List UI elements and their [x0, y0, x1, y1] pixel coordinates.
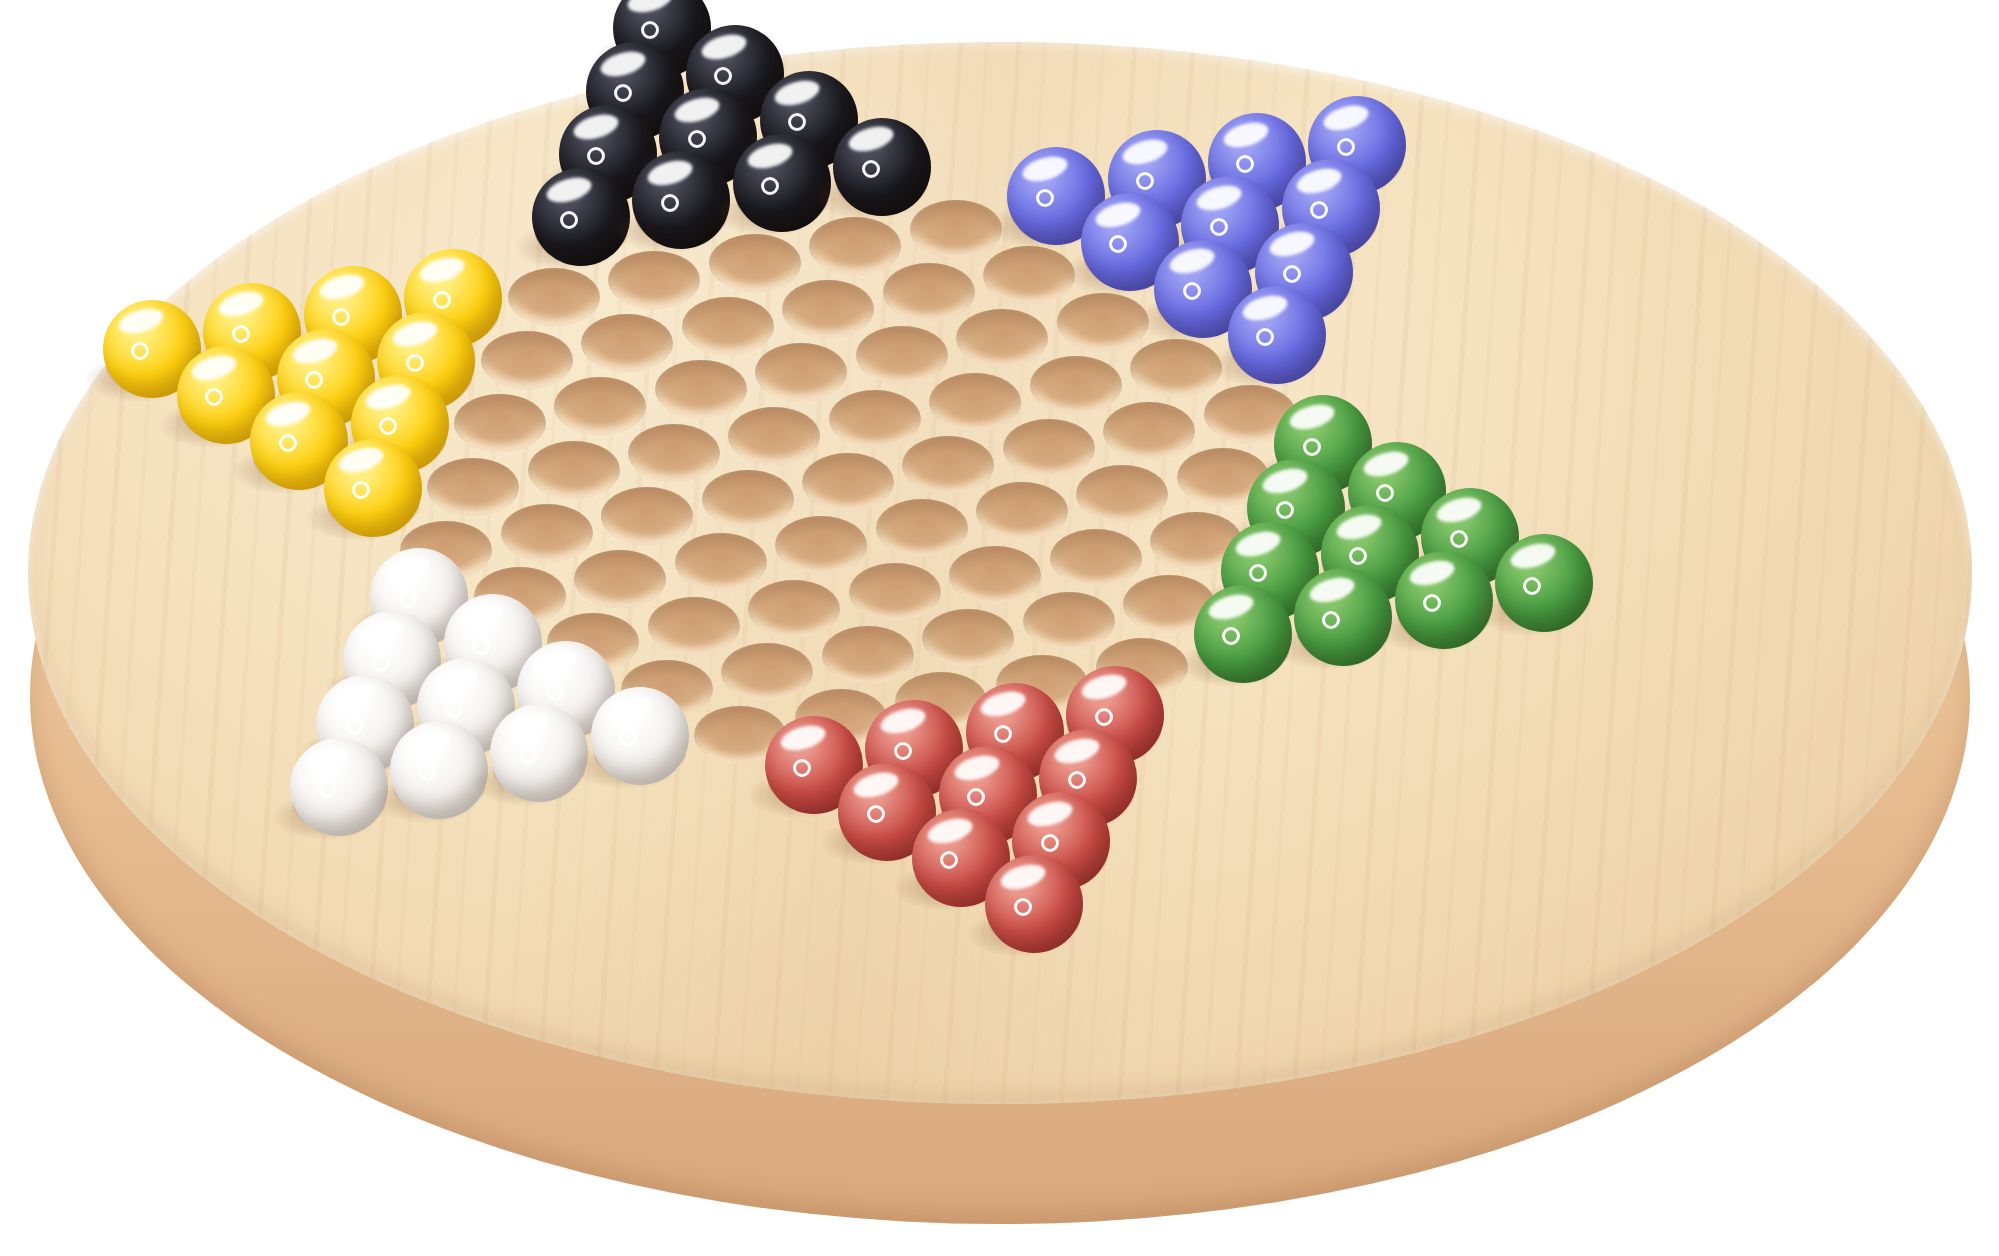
marble-reflection-dot — [1236, 155, 1254, 173]
marble-reflection-dot — [1523, 577, 1541, 595]
marble-reflection-dot — [131, 342, 149, 360]
marble-highlight — [1167, 244, 1217, 277]
marble-reflection-dot — [994, 725, 1012, 743]
green-marble-r13c10[interactable] — [1194, 585, 1292, 683]
marble-reflection-dot — [433, 291, 451, 309]
marble-highlight — [1307, 573, 1357, 606]
hole-r6c5[interactable] — [581, 314, 673, 372]
marble-highlight — [290, 334, 340, 367]
marble-highlight — [329, 680, 379, 713]
marble-reflection-dot — [546, 683, 564, 701]
marble-reflection-dot — [345, 717, 363, 735]
marble-reflection-dot — [232, 325, 250, 343]
marble-reflection-dot — [967, 788, 985, 806]
marble-reflection-dot — [1376, 484, 1394, 502]
marble-highlight — [1206, 590, 1256, 623]
marble-reflection-dot — [1036, 189, 1054, 207]
yellow-marble-r8c1[interactable] — [324, 439, 422, 537]
blue-marble-r8c10[interactable] — [1228, 286, 1326, 384]
hole-r9c7[interactable] — [1003, 419, 1095, 477]
hole-r11c6[interactable] — [849, 563, 941, 621]
hole-r12c8[interactable] — [1023, 592, 1115, 650]
marble-reflection-dot — [1095, 708, 1113, 726]
marble-highlight — [745, 139, 795, 172]
marble-reflection-dot — [560, 211, 578, 229]
marble-reflection-dot — [1276, 501, 1294, 519]
marble-highlight — [625, 0, 675, 17]
hole-r7c7[interactable] — [856, 326, 948, 384]
marble-reflection-dot — [788, 113, 806, 131]
hole-r6c9[interactable] — [983, 246, 1075, 304]
marble-reflection-dot — [641, 21, 659, 39]
marble-highlight — [1321, 101, 1371, 134]
hole-r12c5[interactable] — [721, 643, 813, 701]
white-marble-r13c4[interactable] — [591, 687, 689, 785]
photo-backdrop — [0, 0, 1999, 1256]
marble-highlight — [1334, 510, 1384, 543]
hole-r6c7[interactable] — [782, 280, 874, 338]
marble-highlight — [1194, 181, 1244, 214]
hole-r11c4[interactable] — [648, 597, 740, 655]
marble-highlight — [417, 253, 467, 286]
hole-r7c5[interactable] — [655, 360, 747, 418]
hole-r5c9[interactable] — [910, 200, 1002, 258]
marble-highlight — [263, 397, 313, 430]
hole-r5c8[interactable] — [809, 217, 901, 275]
hole-r9c8[interactable] — [1103, 402, 1195, 460]
hole-r10c8[interactable] — [1076, 465, 1168, 523]
marble-highlight — [189, 351, 239, 384]
marble-reflection-dot — [399, 590, 417, 608]
hole-r6c4[interactable] — [481, 331, 573, 389]
marble-highlight — [1267, 227, 1317, 260]
marble-highlight — [1294, 164, 1344, 197]
black-marble-r4c2[interactable] — [632, 151, 730, 249]
marble-highlight — [1260, 464, 1310, 497]
red-marble-r17c1[interactable] — [985, 855, 1083, 953]
marble-highlight — [598, 47, 648, 80]
hole-r8c9[interactable] — [1130, 339, 1222, 397]
green-marble-r13c12[interactable] — [1395, 551, 1493, 649]
marble-reflection-dot — [1222, 627, 1240, 645]
marble-reflection-dot — [1310, 201, 1328, 219]
marble-highlight — [216, 287, 266, 320]
marble-highlight — [1052, 734, 1102, 767]
hole-r7c6[interactable] — [755, 343, 847, 401]
hole-r9c2[interactable] — [501, 504, 593, 562]
hole-r9c5[interactable] — [802, 453, 894, 511]
marble-highlight — [645, 156, 695, 189]
marble-reflection-dot — [1068, 771, 1086, 789]
hole-r10c6[interactable] — [876, 499, 968, 557]
marble-reflection-dot — [1249, 564, 1267, 582]
marble-highlight — [1079, 670, 1129, 703]
marble-highlight — [951, 751, 1001, 784]
marble-highlight — [1025, 797, 1075, 830]
marble-reflection-dot — [619, 729, 637, 747]
hole-r5c7[interactable] — [709, 234, 801, 292]
hole-r11c5[interactable] — [748, 580, 840, 638]
marble-highlight — [1287, 400, 1337, 433]
marble-reflection-dot — [714, 67, 732, 85]
hole-r9c6[interactable] — [902, 436, 994, 494]
white-marble-r13c2[interactable] — [390, 721, 488, 819]
hole-r6c6[interactable] — [682, 297, 774, 355]
marble-highlight — [336, 443, 386, 476]
marble-reflection-dot — [372, 654, 390, 672]
hole-r11c8[interactable] — [1050, 529, 1142, 587]
marble-highlight — [390, 317, 440, 350]
marble-reflection-dot — [688, 130, 706, 148]
hole-r8c3[interactable] — [528, 441, 620, 499]
marble-reflection-dot — [793, 759, 811, 777]
marble-reflection-dot — [205, 388, 223, 406]
marble-reflection-dot — [1450, 530, 1468, 548]
hole-r6c8[interactable] — [883, 263, 975, 321]
marble-reflection-dot — [519, 746, 537, 764]
hole-r12c7[interactable] — [922, 609, 1014, 667]
marble-reflection-dot — [279, 434, 297, 452]
marble-reflection-dot — [305, 371, 323, 389]
marble-reflection-dot — [894, 742, 912, 760]
hole-r9c4[interactable] — [702, 470, 794, 528]
hole-r10c7[interactable] — [976, 482, 1068, 540]
marble-reflection-dot — [1210, 218, 1228, 236]
marble-highlight — [699, 30, 749, 63]
marble-highlight — [403, 726, 453, 759]
hole-r8c8[interactable] — [1030, 356, 1122, 414]
hole-r7c9[interactable] — [1057, 293, 1149, 351]
marble-highlight — [116, 304, 166, 337]
marble-highlight — [356, 616, 406, 649]
marble-highlight — [544, 173, 594, 206]
marble-reflection-dot — [1283, 265, 1301, 283]
green-marble-r13c11[interactable] — [1294, 568, 1392, 666]
marble-highlight — [603, 692, 653, 725]
hole-r10c3[interactable] — [574, 550, 666, 608]
marble-highlight — [1407, 556, 1457, 589]
marble-reflection-dot — [1041, 834, 1059, 852]
marble-reflection-dot — [761, 177, 779, 195]
marble-highlight — [302, 743, 352, 776]
marble-reflection-dot — [332, 308, 350, 326]
marble-reflection-dot — [587, 147, 605, 165]
marble-reflection-dot — [1014, 898, 1032, 916]
marble-highlight — [1233, 527, 1283, 560]
marble-reflection-dot — [1337, 138, 1355, 156]
hole-r8c6[interactable] — [829, 390, 921, 448]
hole-r7c8[interactable] — [956, 309, 1048, 367]
marble-reflection-dot — [1349, 547, 1367, 565]
hole-r8c7[interactable] — [929, 373, 1021, 431]
hole-r5c5[interactable] — [508, 268, 600, 326]
marble-highlight — [978, 687, 1028, 720]
marble-reflection-dot — [1136, 172, 1154, 190]
marble-reflection-dot — [445, 700, 463, 718]
marble-reflection-dot — [862, 160, 880, 178]
marble-reflection-dot — [1423, 594, 1441, 612]
marble-highlight — [571, 110, 621, 143]
hole-r11c7[interactable] — [949, 546, 1041, 604]
marble-highlight — [772, 76, 822, 109]
marble-reflection-dot — [1303, 438, 1321, 456]
marble-highlight — [1120, 135, 1170, 168]
hole-r8c2[interactable] — [427, 458, 519, 516]
marble-highlight — [925, 814, 975, 847]
marble-highlight — [530, 646, 580, 679]
marble-reflection-dot — [940, 851, 958, 869]
marble-reflection-dot — [352, 481, 370, 499]
hole-r9c3[interactable] — [601, 487, 693, 545]
marble-highlight — [777, 721, 827, 754]
hole-r5c6[interactable] — [608, 251, 700, 309]
marble-highlight — [1361, 447, 1411, 480]
hole-r8c5[interactable] — [728, 407, 820, 465]
marble-highlight — [503, 709, 553, 742]
marble-highlight — [1508, 539, 1558, 572]
black-marble-r4c4[interactable] — [833, 118, 931, 216]
marble-highlight — [1093, 198, 1143, 231]
marble-highlight — [998, 860, 1048, 893]
marble-reflection-dot — [867, 805, 885, 823]
marble-highlight — [878, 704, 928, 737]
marble-highlight — [672, 93, 722, 126]
hole-r10c5[interactable] — [775, 516, 867, 574]
marble-highlight — [1020, 152, 1070, 185]
marble-highlight — [1434, 493, 1484, 526]
hole-r8c4[interactable] — [628, 424, 720, 482]
marble-highlight — [846, 122, 896, 155]
marble-highlight — [317, 270, 367, 303]
marble-highlight — [1221, 118, 1271, 151]
marble-highlight — [851, 768, 901, 801]
hole-r10c4[interactable] — [675, 533, 767, 591]
marble-reflection-dot — [406, 354, 424, 372]
marble-reflection-dot — [379, 417, 397, 435]
marble-reflection-dot — [1322, 611, 1340, 629]
marble-reflection-dot — [318, 780, 336, 798]
black-marble-r4c1[interactable] — [532, 168, 630, 266]
marble-reflection-dot — [418, 763, 436, 781]
marble-reflection-dot — [661, 194, 679, 212]
marble-highlight — [383, 553, 433, 586]
marble-reflection-dot — [472, 637, 490, 655]
marble-highlight — [363, 380, 413, 413]
white-marble-r13c3[interactable] — [490, 704, 588, 802]
black-marble-r4c3[interactable] — [733, 134, 831, 232]
marble-reflection-dot — [614, 84, 632, 102]
marble-highlight — [429, 663, 479, 696]
marble-reflection-dot — [1256, 328, 1274, 346]
marble-highlight — [456, 599, 506, 632]
white-marble-r13c1[interactable] — [290, 738, 388, 836]
green-marble-r13c13[interactable] — [1495, 534, 1593, 632]
hole-r7c3[interactable] — [454, 394, 546, 452]
hole-r7c4[interactable] — [554, 377, 646, 435]
marble-highlight — [1240, 291, 1290, 324]
marble-reflection-dot — [1183, 282, 1201, 300]
hole-r12c6[interactable] — [822, 626, 914, 684]
marble-reflection-dot — [1109, 235, 1127, 253]
